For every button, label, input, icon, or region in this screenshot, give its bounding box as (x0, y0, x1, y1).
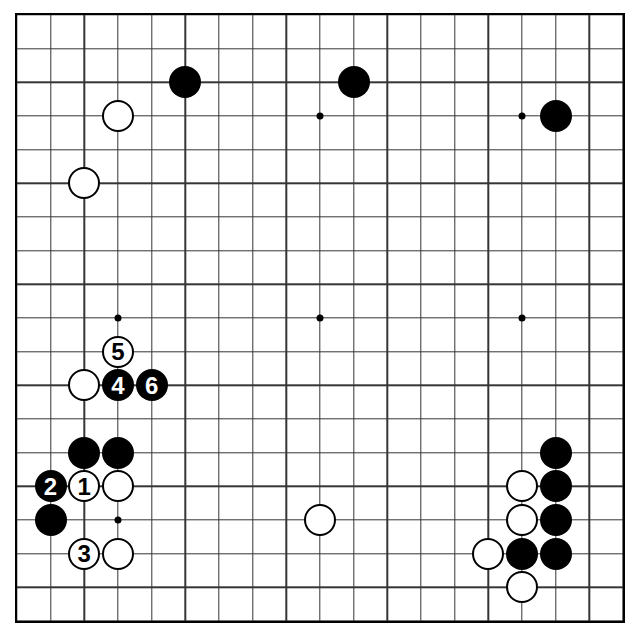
intersection (269, 436, 303, 470)
intersection (168, 604, 202, 638)
intersection (101, 571, 135, 605)
intersection (236, 571, 270, 605)
black-stone (35, 504, 67, 536)
intersection (606, 335, 640, 369)
intersection (236, 503, 270, 537)
intersection (34, 0, 68, 32)
intersection (606, 32, 640, 66)
intersection (303, 200, 337, 234)
intersection (472, 571, 506, 605)
intersection (202, 436, 236, 470)
intersection (236, 267, 270, 301)
intersection (168, 470, 202, 504)
intersection: 3 (67, 537, 101, 571)
intersection (236, 402, 270, 436)
intersection (371, 537, 405, 571)
intersection (606, 369, 640, 403)
go-diagram-page: 546213 (0, 0, 640, 640)
intersection (236, 470, 270, 504)
intersection (472, 301, 506, 335)
intersection (135, 99, 169, 133)
intersection (573, 32, 607, 66)
intersection (101, 65, 135, 99)
intersection (67, 604, 101, 638)
intersection (573, 571, 607, 605)
intersection (168, 267, 202, 301)
board-grid: 546213 (0, 0, 640, 638)
intersection (371, 301, 405, 335)
intersection (202, 32, 236, 66)
intersection (438, 200, 472, 234)
intersection (371, 65, 405, 99)
intersection (573, 0, 607, 32)
intersection (0, 604, 34, 638)
intersection (236, 65, 270, 99)
intersection (337, 470, 371, 504)
intersection (371, 402, 405, 436)
white-stone (102, 538, 134, 570)
intersection (67, 166, 101, 200)
intersection (101, 604, 135, 638)
intersection (0, 503, 34, 537)
black-stone (68, 437, 100, 469)
intersection (606, 166, 640, 200)
intersection (539, 571, 573, 605)
intersection (34, 234, 68, 268)
intersection (472, 166, 506, 200)
intersection (0, 133, 34, 167)
intersection (168, 436, 202, 470)
intersection (404, 335, 438, 369)
intersection (505, 234, 539, 268)
intersection (101, 436, 135, 470)
intersection (0, 301, 34, 335)
intersection (135, 604, 169, 638)
intersection (67, 234, 101, 268)
intersection (472, 234, 506, 268)
intersection (202, 604, 236, 638)
intersection (269, 267, 303, 301)
intersection (202, 234, 236, 268)
intersection (269, 604, 303, 638)
intersection (606, 503, 640, 537)
intersection (438, 537, 472, 571)
intersection: 4 (101, 369, 135, 403)
intersection (337, 133, 371, 167)
intersection (135, 335, 169, 369)
intersection (404, 65, 438, 99)
intersection (168, 537, 202, 571)
intersection (337, 436, 371, 470)
intersection (101, 99, 135, 133)
intersection (539, 32, 573, 66)
intersection (101, 200, 135, 234)
intersection (303, 571, 337, 605)
intersection (34, 503, 68, 537)
intersection (371, 234, 405, 268)
intersection (404, 234, 438, 268)
intersection (606, 65, 640, 99)
intersection (168, 402, 202, 436)
intersection (202, 99, 236, 133)
intersection (539, 0, 573, 32)
black-stone (102, 437, 134, 469)
intersection (438, 335, 472, 369)
intersection (505, 436, 539, 470)
intersection (505, 604, 539, 638)
intersection (404, 200, 438, 234)
intersection (573, 537, 607, 571)
white-stone (506, 504, 538, 536)
intersection (438, 402, 472, 436)
intersection (0, 32, 34, 66)
intersection (505, 301, 539, 335)
intersection (371, 32, 405, 66)
intersection (34, 335, 68, 369)
intersection (34, 369, 68, 403)
intersection (34, 301, 68, 335)
intersection (404, 402, 438, 436)
intersection (269, 99, 303, 133)
intersection (135, 571, 169, 605)
intersection (303, 99, 337, 133)
intersection (573, 470, 607, 504)
white-stone (68, 167, 100, 199)
intersection (337, 65, 371, 99)
white-stone (506, 470, 538, 502)
intersection (101, 166, 135, 200)
intersection: 1 (67, 470, 101, 504)
intersection (303, 604, 337, 638)
intersection (606, 0, 640, 32)
star-point (114, 517, 121, 524)
intersection (101, 133, 135, 167)
intersection (472, 267, 506, 301)
intersection (34, 65, 68, 99)
intersection (135, 402, 169, 436)
intersection (606, 436, 640, 470)
intersection (135, 65, 169, 99)
intersection (0, 335, 34, 369)
intersection (168, 200, 202, 234)
intersection (101, 0, 135, 32)
intersection (303, 65, 337, 99)
intersection (472, 402, 506, 436)
intersection (0, 369, 34, 403)
move-number: 3 (78, 542, 91, 566)
intersection (168, 234, 202, 268)
intersection (539, 166, 573, 200)
intersection (371, 571, 405, 605)
intersection (438, 234, 472, 268)
intersection (202, 267, 236, 301)
intersection (135, 503, 169, 537)
intersection (573, 604, 607, 638)
intersection (202, 470, 236, 504)
intersection (337, 0, 371, 32)
intersection (269, 537, 303, 571)
intersection (0, 65, 34, 99)
intersection (573, 301, 607, 335)
intersection (438, 470, 472, 504)
intersection (472, 133, 506, 167)
intersection (303, 166, 337, 200)
intersection (539, 470, 573, 504)
intersection (67, 402, 101, 436)
intersection (236, 369, 270, 403)
intersection (505, 0, 539, 32)
intersection (573, 503, 607, 537)
intersection (67, 301, 101, 335)
intersection (505, 335, 539, 369)
black-stone (506, 538, 538, 570)
intersection (337, 200, 371, 234)
intersection (472, 604, 506, 638)
intersection (371, 369, 405, 403)
intersection (573, 200, 607, 234)
intersection (168, 65, 202, 99)
intersection (371, 267, 405, 301)
intersection (337, 402, 371, 436)
intersection (404, 267, 438, 301)
intersection (67, 503, 101, 537)
intersection (135, 0, 169, 32)
intersection (303, 537, 337, 571)
intersection (0, 537, 34, 571)
intersection (0, 571, 34, 605)
intersection (371, 166, 405, 200)
intersection (472, 335, 506, 369)
intersection (505, 166, 539, 200)
white-stone (472, 538, 504, 570)
intersection (0, 166, 34, 200)
intersection (539, 133, 573, 167)
intersection (0, 402, 34, 436)
intersection (101, 32, 135, 66)
intersection (269, 32, 303, 66)
intersection (472, 99, 506, 133)
intersection (202, 571, 236, 605)
intersection (539, 267, 573, 301)
intersection (67, 0, 101, 32)
intersection (438, 503, 472, 537)
star-point (316, 112, 323, 119)
intersection (269, 503, 303, 537)
intersection (269, 571, 303, 605)
black-stone (540, 470, 572, 502)
intersection (505, 200, 539, 234)
intersection (0, 0, 34, 32)
intersection (438, 32, 472, 66)
intersection (337, 99, 371, 133)
intersection (168, 133, 202, 167)
intersection (539, 537, 573, 571)
intersection (67, 65, 101, 99)
white-stone (102, 100, 134, 132)
intersection (135, 470, 169, 504)
intersection (539, 335, 573, 369)
intersection (34, 200, 68, 234)
intersection (505, 65, 539, 99)
intersection (101, 267, 135, 301)
white-stone (102, 470, 134, 502)
intersection (0, 470, 34, 504)
intersection (505, 267, 539, 301)
intersection (269, 301, 303, 335)
intersection (135, 301, 169, 335)
intersection (269, 166, 303, 200)
intersection (168, 99, 202, 133)
intersection (34, 571, 68, 605)
intersection (404, 166, 438, 200)
intersection (404, 503, 438, 537)
intersection (67, 267, 101, 301)
intersection (135, 133, 169, 167)
intersection (404, 133, 438, 167)
intersection (337, 571, 371, 605)
intersection (472, 200, 506, 234)
intersection (438, 267, 472, 301)
intersection (404, 99, 438, 133)
intersection (404, 537, 438, 571)
move-number: 2 (44, 475, 57, 499)
intersection (135, 166, 169, 200)
black-stone: 4 (102, 369, 134, 401)
intersection (135, 537, 169, 571)
intersection (0, 267, 34, 301)
intersection (168, 166, 202, 200)
intersection (539, 234, 573, 268)
intersection (505, 571, 539, 605)
intersection (202, 537, 236, 571)
intersection (337, 604, 371, 638)
intersection (236, 436, 270, 470)
intersection (168, 369, 202, 403)
intersection (168, 335, 202, 369)
intersection (135, 436, 169, 470)
intersection (472, 503, 506, 537)
intersection (337, 32, 371, 66)
intersection (371, 436, 405, 470)
intersection (539, 436, 573, 470)
move-number: 5 (111, 340, 124, 364)
white-stone: 3 (68, 538, 100, 570)
intersection (539, 99, 573, 133)
intersection (202, 133, 236, 167)
intersection (67, 436, 101, 470)
intersection (168, 32, 202, 66)
intersection (303, 335, 337, 369)
intersection (505, 503, 539, 537)
intersection (371, 200, 405, 234)
intersection (371, 0, 405, 32)
intersection (505, 32, 539, 66)
intersection (606, 537, 640, 571)
intersection (606, 99, 640, 133)
intersection (404, 301, 438, 335)
intersection (472, 470, 506, 504)
intersection (303, 436, 337, 470)
intersection (539, 402, 573, 436)
intersection (101, 537, 135, 571)
intersection (573, 65, 607, 99)
intersection (202, 0, 236, 32)
intersection (472, 537, 506, 571)
intersection (34, 267, 68, 301)
intersection (135, 200, 169, 234)
intersection (539, 65, 573, 99)
intersection (404, 32, 438, 66)
white-stone (68, 369, 100, 401)
intersection (202, 503, 236, 537)
intersection (67, 369, 101, 403)
intersection (438, 166, 472, 200)
intersection (606, 571, 640, 605)
intersection (404, 436, 438, 470)
intersection (438, 0, 472, 32)
intersection (505, 537, 539, 571)
intersection (269, 402, 303, 436)
intersection (606, 604, 640, 638)
intersection (404, 369, 438, 403)
intersection: 5 (101, 335, 135, 369)
black-stone (540, 538, 572, 570)
intersection (269, 133, 303, 167)
intersection (0, 99, 34, 133)
intersection (101, 301, 135, 335)
intersection (438, 604, 472, 638)
intersection (0, 436, 34, 470)
intersection (505, 402, 539, 436)
intersection (371, 470, 405, 504)
intersection (168, 301, 202, 335)
intersection (573, 133, 607, 167)
intersection (472, 65, 506, 99)
move-number: 6 (145, 374, 158, 398)
intersection (438, 571, 472, 605)
intersection (236, 166, 270, 200)
intersection (539, 200, 573, 234)
intersection (606, 402, 640, 436)
intersection (337, 369, 371, 403)
intersection (67, 200, 101, 234)
star-point (114, 314, 121, 321)
intersection (0, 200, 34, 234)
intersection (303, 301, 337, 335)
intersection (505, 369, 539, 403)
intersection (34, 604, 68, 638)
intersection (202, 301, 236, 335)
intersection (303, 369, 337, 403)
intersection (539, 604, 573, 638)
intersection (202, 335, 236, 369)
intersection (67, 335, 101, 369)
black-stone (540, 100, 572, 132)
intersection (67, 99, 101, 133)
black-stone (169, 66, 201, 98)
intersection (573, 402, 607, 436)
intersection (573, 369, 607, 403)
intersection (337, 267, 371, 301)
white-stone (506, 571, 538, 603)
intersection (236, 0, 270, 32)
intersection (67, 32, 101, 66)
intersection (101, 234, 135, 268)
intersection (303, 234, 337, 268)
intersection (135, 234, 169, 268)
intersection (303, 32, 337, 66)
intersection (101, 402, 135, 436)
